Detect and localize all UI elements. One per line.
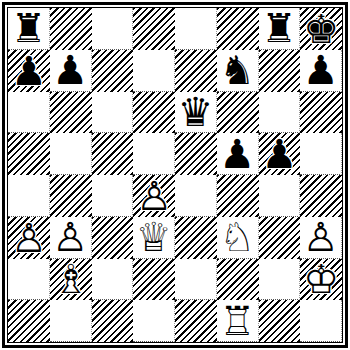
white-pawn: ♟♙: [133, 175, 175, 217]
square-c1[interactable]: [92, 300, 134, 342]
square-a1[interactable]: [8, 300, 50, 342]
square-a3[interactable]: ♟♙: [8, 217, 50, 259]
square-d2[interactable]: [133, 259, 175, 301]
white-bishop: ♝♗: [50, 259, 92, 301]
white-knight: ♞♘: [217, 217, 258, 258]
black-pawn: ♟♟: [8, 50, 50, 92]
black-queen: ♛♛: [175, 92, 216, 133]
square-d6[interactable]: [133, 92, 175, 134]
white-pawn: ♟♙: [300, 217, 341, 258]
square-c4[interactable]: [92, 175, 134, 217]
square-e3[interactable]: [175, 217, 217, 259]
square-h8[interactable]: ♚♚: [300, 8, 342, 50]
square-g4[interactable]: [259, 175, 301, 217]
square-a6[interactable]: [8, 92, 50, 134]
square-c7[interactable]: [92, 50, 134, 92]
square-f3[interactable]: ♞♘: [217, 217, 259, 259]
white-queen: ♛♕: [133, 217, 174, 258]
square-b1[interactable]: [50, 300, 92, 342]
square-d5[interactable]: [133, 133, 175, 175]
square-f8[interactable]: [217, 8, 259, 50]
square-e5[interactable]: [175, 133, 217, 175]
square-e1[interactable]: [175, 300, 217, 342]
square-g1[interactable]: [259, 300, 301, 342]
white-rook: ♜♖: [217, 300, 258, 341]
square-b7[interactable]: ♟♟: [50, 50, 92, 92]
square-g3[interactable]: [259, 217, 301, 259]
black-knight: ♞♞: [217, 50, 258, 91]
square-h1[interactable]: [300, 300, 342, 342]
white-pawn: ♟♙: [8, 217, 50, 259]
square-e8[interactable]: [175, 8, 217, 50]
square-a8[interactable]: ♜♜: [8, 8, 50, 50]
black-rook: ♜♜: [8, 8, 49, 49]
square-d3[interactable]: ♛♕: [133, 217, 175, 259]
square-h7[interactable]: ♟♟: [300, 50, 342, 92]
square-e4[interactable]: [175, 175, 217, 217]
square-a7[interactable]: ♟♟: [8, 50, 50, 92]
chess-diagram: ♜♜ ♜♜ ♚♚ ♟♟ ♟♟ ♞♞ ♟♟ ♛♛: [0, 0, 350, 350]
square-g6[interactable]: [259, 92, 301, 134]
black-pawn: ♟♟: [259, 133, 301, 175]
square-h6[interactable]: [300, 92, 342, 134]
square-e7[interactable]: [175, 50, 217, 92]
square-d7[interactable]: [133, 50, 175, 92]
black-pawn: ♟♟: [50, 50, 91, 91]
square-h5[interactable]: [300, 133, 342, 175]
square-g5[interactable]: ♟♟: [259, 133, 301, 175]
square-b8[interactable]: [50, 8, 92, 50]
square-f4[interactable]: [217, 175, 259, 217]
square-f7[interactable]: ♞♞: [217, 50, 259, 92]
square-c3[interactable]: [92, 217, 134, 259]
square-g2[interactable]: [259, 259, 301, 301]
square-b2[interactable]: ♝♗: [50, 259, 92, 301]
square-d1[interactable]: [133, 300, 175, 342]
square-b3[interactable]: ♟♙: [50, 217, 92, 259]
black-pawn: ♟♟: [300, 50, 341, 91]
square-e6[interactable]: ♛♛: [175, 92, 217, 134]
square-f5[interactable]: ♟♟: [217, 133, 259, 175]
black-rook: ♜♜: [259, 8, 300, 49]
white-pawn: ♟♙: [50, 217, 91, 258]
square-f6[interactable]: [217, 92, 259, 134]
board-frame: ♜♜ ♜♜ ♚♚ ♟♟ ♟♟ ♞♞ ♟♟ ♛♛: [2, 2, 348, 348]
square-c8[interactable]: [92, 8, 134, 50]
chess-board: ♜♜ ♜♜ ♚♚ ♟♟ ♟♟ ♞♞ ♟♟ ♛♛: [7, 7, 343, 343]
square-a2[interactable]: [8, 259, 50, 301]
square-a5[interactable]: [8, 133, 50, 175]
square-c5[interactable]: [92, 133, 134, 175]
black-king: ♚♚: [300, 8, 342, 50]
square-c2[interactable]: [92, 259, 134, 301]
white-king: ♚♔: [300, 259, 342, 301]
square-b4[interactable]: [50, 175, 92, 217]
square-c6[interactable]: [92, 92, 134, 134]
square-d8[interactable]: [133, 8, 175, 50]
square-g7[interactable]: [259, 50, 301, 92]
square-g8[interactable]: ♜♜: [259, 8, 301, 50]
square-b5[interactable]: [50, 133, 92, 175]
square-d4[interactable]: ♟♙: [133, 175, 175, 217]
square-h3[interactable]: ♟♙: [300, 217, 342, 259]
square-e2[interactable]: [175, 259, 217, 301]
square-h2[interactable]: ♚♔: [300, 259, 342, 301]
square-h4[interactable]: [300, 175, 342, 217]
black-pawn: ♟♟: [217, 133, 258, 174]
square-f2[interactable]: [217, 259, 259, 301]
square-f1[interactable]: ♜♖: [217, 300, 259, 342]
square-b6[interactable]: [50, 92, 92, 134]
square-a4[interactable]: [8, 175, 50, 217]
